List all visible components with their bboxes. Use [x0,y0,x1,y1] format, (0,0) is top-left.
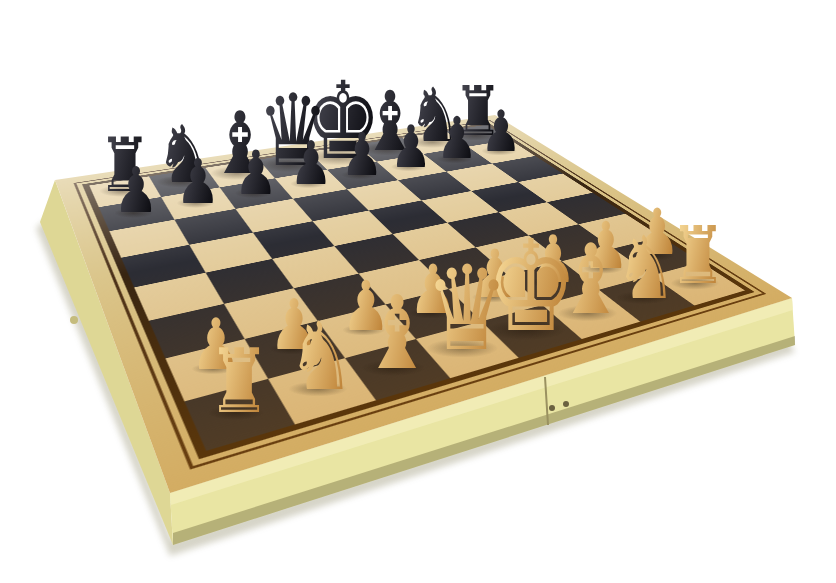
piece-glyph: ♟ [114,161,159,224]
piece-glyph: ♝ [361,283,434,384]
piece-glyph: ♟ [176,151,220,213]
piece-glyph: ♟ [390,117,432,176]
piece-glyph: ♟ [341,125,384,184]
piece-glyph: ♜ [207,338,271,427]
piece-glyph: ♛ [425,250,509,367]
product-photo-scene: ♜♞♝♛♚♝♞♜♟♟♟♟♟♟♟♟♟♟♟♟♟♟♟♟♜♞♝♛♚♝♞♜ [0,0,836,583]
piece-glyph: ♟ [234,142,278,203]
piece-glyph: ♟ [289,133,332,193]
piece-glyph: ♞ [288,310,355,404]
piece-glyph: ♟ [481,103,522,160]
piece-glyph: ♟ [437,110,478,168]
pieces-layer: ♜♞♝♛♚♝♞♜♟♟♟♟♟♟♟♟♟♟♟♟♟♟♟♟♜♞♝♛♚♝♞♜ [0,0,836,583]
piece-glyph: ♜ [669,216,726,296]
photo-wrapper: ♜♞♝♛♚♝♞♜♟♟♟♟♟♟♟♟♟♟♟♟♟♟♟♟♜♞♝♛♚♝♞♜ [0,0,836,583]
